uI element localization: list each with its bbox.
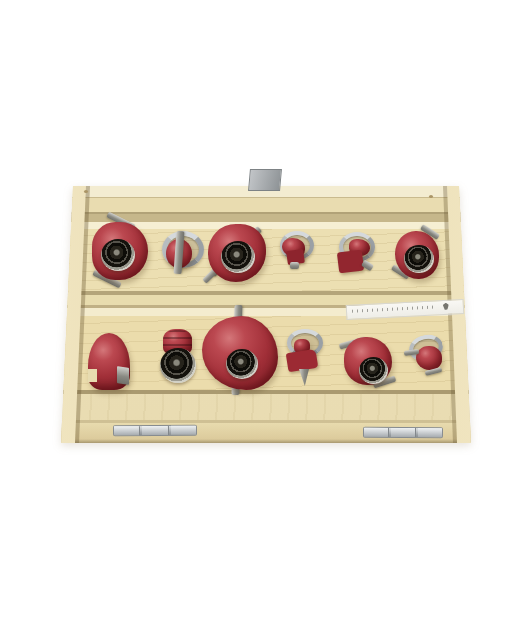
bit-chamfer-small (278, 231, 312, 271)
bit-v-groove-small (284, 329, 322, 389)
bit-ogee-large (206, 222, 268, 284)
pilot-bearing (226, 349, 258, 379)
pilot-bearing (404, 245, 434, 273)
bit-roundover-large (90, 219, 150, 285)
hinge-right (363, 427, 443, 439)
pilot-bearing (359, 357, 388, 384)
pilot-bearing (160, 348, 196, 383)
bit-beading-small (406, 334, 450, 382)
nail-dot-left (84, 190, 88, 193)
bit-cove-large (394, 228, 442, 282)
cutter-flange (286, 349, 319, 372)
cutter-blade (290, 262, 299, 269)
cutter-blade-point (299, 369, 309, 386)
bit-rabbet-medium (336, 232, 376, 276)
bit-roundover-medium (342, 333, 394, 389)
hinge-knuckle (171, 426, 196, 435)
hinge-knuckle (142, 426, 168, 435)
bit-straight (86, 331, 134, 393)
pilot-bearing (101, 239, 135, 271)
bit-body (416, 346, 442, 370)
bit-small-guide-ring (161, 230, 199, 276)
cutter-flange (337, 250, 364, 274)
cutter-blade (117, 366, 129, 385)
metal-clasp-tab (248, 169, 282, 191)
bit-flush-trim (158, 328, 198, 386)
product-photo-canvas (0, 0, 530, 618)
cutter-notch (88, 369, 97, 382)
hinge-knuckle (391, 428, 416, 437)
nail-dot-right (429, 195, 433, 198)
label-logo-mark (443, 303, 449, 310)
hinge-knuckle (418, 428, 442, 437)
hinge-knuckle (364, 428, 389, 437)
hinge-knuckle (114, 426, 140, 435)
bit-panel-raising-large (200, 305, 280, 397)
label-fine-print (352, 305, 435, 312)
pilot-bearing (221, 241, 255, 273)
hinge-left (113, 425, 197, 437)
